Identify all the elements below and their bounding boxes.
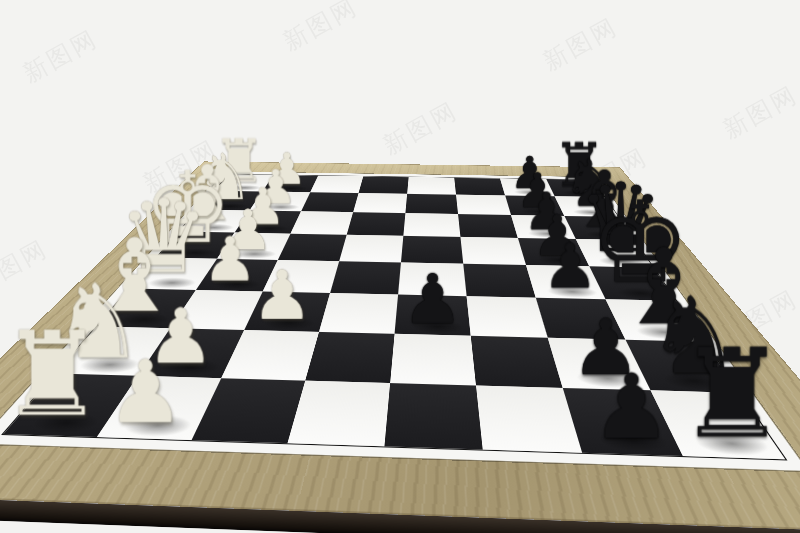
piece-white-pawn-c3: ♟: [252, 262, 313, 330]
square-h6: [454, 178, 505, 196]
piece-white-pawn-a2: ♟: [107, 350, 185, 437]
square-h5: [407, 177, 456, 195]
watermark-tile: 新图网: [17, 22, 103, 89]
watermark-tile: 新图网: [0, 232, 54, 299]
piece-black-pawn-a7: ♟: [591, 363, 671, 452]
square-d6: [463, 264, 536, 298]
board-margin: ♜♟♟♜♞♟♟♞♝♟♟♝♚♟♟♛♛♟♟♚♝♟♟♝♞♟♟♞♜♟♟♜: [0, 172, 800, 472]
square-c4: [319, 293, 398, 334]
piece-black-pawn-c5: ♟: [402, 265, 463, 334]
square-c3: ♟: [244, 292, 330, 332]
square-d4: [330, 261, 401, 294]
square-g5: [405, 194, 458, 214]
square-e6: [460, 237, 526, 265]
square-c6: [467, 296, 548, 338]
square-f5: [403, 213, 460, 237]
board-scene: 新图网新图网新图网新图网新图网新图网新图网新图网新图网新图网新图网新图网新图网新…: [0, 0, 800, 533]
square-f6: [458, 214, 518, 238]
square-b4: [305, 332, 394, 383]
square-g3: [301, 192, 358, 212]
piece-black-rook-a8: ♜: [678, 333, 787, 455]
wood-frame: ♜♟♟♜♞♟♟♞♝♟♟♝♚♟♟♛♛♟♟♚♝♟♟♝♞♟♟♞♜♟♟♜: [0, 161, 800, 533]
square-a4: [287, 381, 390, 447]
square-f3: [290, 211, 353, 234]
square-g6: [456, 195, 511, 215]
square-c5: ♟: [395, 295, 471, 336]
square-g4: [353, 193, 407, 213]
wood-front-face: [0, 495, 800, 533]
square-a6: [476, 385, 582, 452]
square-f4: [347, 212, 406, 236]
watermark-tile: 新图网: [537, 10, 623, 77]
square-a7: ♟: [563, 388, 683, 456]
watermark-tile: 新图网: [277, 0, 363, 58]
square-e4: [339, 235, 403, 263]
square-a2: ♟: [97, 376, 221, 440]
square-h4: [359, 176, 409, 193]
square-h3: [310, 176, 363, 193]
watermark-tile: 新图网: [717, 78, 800, 145]
square-b5: [390, 334, 476, 386]
square-a5: [384, 383, 482, 449]
piece-white-rook-a1: ♜: [0, 316, 104, 433]
piece-white-pawn-d2: ♟: [203, 229, 258, 290]
watermark-tile: 新图网: [377, 94, 463, 161]
square-a3: [192, 378, 306, 443]
board-grid: ♜♟♟♜♞♟♟♞♝♟♟♝♚♟♟♛♛♟♟♚♝♟♟♝♞♟♟♞♜♟♟♜: [1, 174, 787, 460]
